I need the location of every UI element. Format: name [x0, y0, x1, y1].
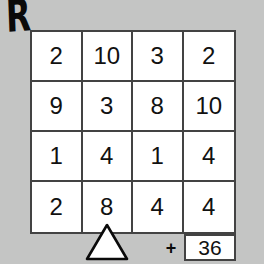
grid-cell: 4: [184, 132, 235, 182]
grid-cell: 1: [32, 132, 83, 182]
number-grid: 2 10 3 2 9 3 8 10 1 4 1 4 2 8 4 4: [30, 30, 236, 234]
puzzle-board: R 2 10 3 2 9 3 8 10 1 4 1 4 2 8 4 4 + 36: [0, 0, 264, 264]
grid-cell: 3: [133, 32, 184, 82]
grid-cell: 4: [184, 182, 235, 232]
grid-cell: 4: [83, 132, 134, 182]
plus-operator: +: [160, 237, 182, 259]
grid-cell: 9: [32, 82, 83, 132]
grid-cell: 10: [83, 32, 134, 82]
grid-cell: 8: [133, 82, 184, 132]
grid-cell: 2: [32, 32, 83, 82]
grid-cell: 1: [133, 132, 184, 182]
grid-cell: 3: [83, 82, 134, 132]
grid-cell: 2: [184, 32, 235, 82]
grid-cell: 10: [184, 82, 235, 132]
total-box: 36: [184, 234, 236, 261]
grid-cell: 2: [32, 182, 83, 232]
column-pointer-triangle[interactable]: [84, 221, 130, 263]
grid-cell: 4: [133, 182, 184, 232]
corner-label-r: R: [5, 0, 32, 39]
total-value: 36: [198, 236, 221, 260]
